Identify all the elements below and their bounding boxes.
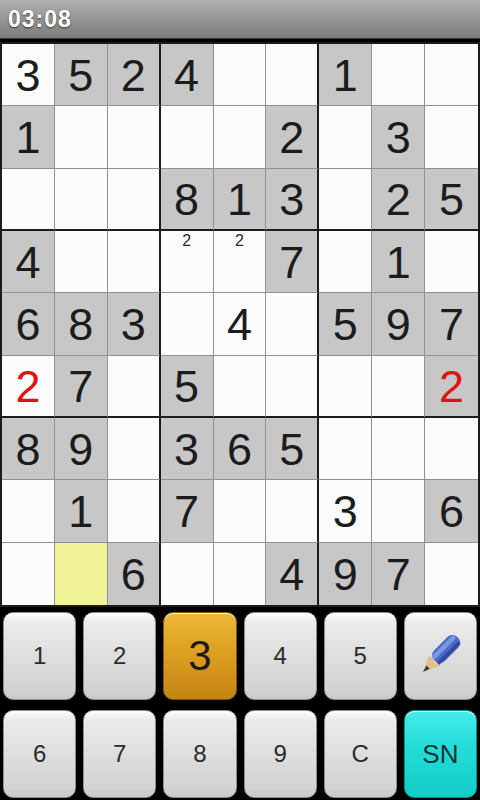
cell-value: 2 <box>279 115 304 160</box>
cell-r9c8[interactable]: 7 <box>372 543 425 605</box>
cell-r9c1[interactable] <box>2 543 55 605</box>
cell-r4c8[interactable]: 1 <box>372 231 425 293</box>
cell-r2c8[interactable]: 3 <box>372 106 425 168</box>
cell-r6c6[interactable] <box>266 356 319 418</box>
cell-r8c3[interactable] <box>108 480 161 542</box>
cell-r2c4[interactable] <box>161 106 214 168</box>
board-area: 3524112381325422716834597275289365173664… <box>0 39 480 607</box>
cell-value: 8 <box>15 427 40 472</box>
cell-value: 8 <box>68 302 93 347</box>
cell-value: 3 <box>121 302 146 347</box>
cell-r9c5[interactable] <box>214 543 267 605</box>
pencil-mark-2: 2 <box>178 232 195 252</box>
cell-value: 6 <box>439 489 464 534</box>
pencil-icon <box>412 628 468 684</box>
key-pencil[interactable] <box>404 612 477 700</box>
cell-r1c3[interactable]: 2 <box>108 44 161 106</box>
cell-r3c5[interactable]: 1 <box>214 169 267 231</box>
cell-r7c9[interactable] <box>425 418 478 480</box>
cell-r7c5[interactable]: 6 <box>214 418 267 480</box>
cell-value: 1 <box>333 53 358 98</box>
cell-r2c1[interactable]: 1 <box>2 106 55 168</box>
cell-r2c9[interactable] <box>425 106 478 168</box>
cell-r8c1[interactable] <box>2 480 55 542</box>
cell-value: 5 <box>68 53 93 98</box>
cell-r6c1[interactable]: 2 <box>2 356 55 418</box>
cell-value: 3 <box>279 177 304 222</box>
cell-r7c1[interactable]: 8 <box>2 418 55 480</box>
cell-value: 4 <box>15 240 40 285</box>
cell-value: 3 <box>333 489 358 534</box>
cell-r2c3[interactable] <box>108 106 161 168</box>
cell-r7c6[interactable]: 5 <box>266 418 319 480</box>
cell-r7c2[interactable]: 9 <box>55 418 108 480</box>
pencil-mark-2: 2 <box>231 232 248 252</box>
cell-r6c8[interactable] <box>372 356 425 418</box>
key-5[interactable]: 5 <box>324 612 397 700</box>
cell-r1c9[interactable] <box>425 44 478 106</box>
cell-r3c2[interactable] <box>55 169 108 231</box>
cell-r1c6[interactable] <box>266 44 319 106</box>
cell-r3c7[interactable] <box>319 169 372 231</box>
cell-r6c3[interactable] <box>108 356 161 418</box>
cell-r1c1[interactable]: 3 <box>2 44 55 106</box>
key-8[interactable]: 8 <box>163 710 236 798</box>
cell-r4c2[interactable] <box>55 231 108 293</box>
cell-r8c5[interactable] <box>214 480 267 542</box>
cell-r9c9[interactable] <box>425 543 478 605</box>
cell-r3c1[interactable] <box>2 169 55 231</box>
cell-r8c6[interactable] <box>266 480 319 542</box>
cell-value: 2 <box>439 364 464 409</box>
cell-r2c2[interactable] <box>55 106 108 168</box>
cell-r3c8[interactable]: 2 <box>372 169 425 231</box>
status-clock: 03:08 <box>8 6 72 33</box>
cell-r5c8[interactable]: 9 <box>372 293 425 355</box>
cell-r9c6[interactable]: 4 <box>266 543 319 605</box>
cell-r4c7[interactable] <box>319 231 372 293</box>
cell-value: 7 <box>439 302 464 347</box>
cell-value: 1 <box>227 177 252 222</box>
cell-r5c4[interactable] <box>161 293 214 355</box>
cell-r8c8[interactable] <box>372 480 425 542</box>
cell-r4c1[interactable]: 4 <box>2 231 55 293</box>
cell-r6c2[interactable]: 7 <box>55 356 108 418</box>
cell-r8c7[interactable]: 3 <box>319 480 372 542</box>
cell-r7c7[interactable] <box>319 418 372 480</box>
cell-r6c5[interactable] <box>214 356 267 418</box>
status-bar: 03:08 <box>0 0 480 39</box>
cell-r4c9[interactable] <box>425 231 478 293</box>
cell-value: 1 <box>386 240 411 285</box>
cell-r7c3[interactable] <box>108 418 161 480</box>
key-9[interactable]: 9 <box>244 710 317 798</box>
cell-r1c2[interactable]: 5 <box>55 44 108 106</box>
cell-r4c4[interactable]: 2 <box>161 231 214 293</box>
cell-r5c3[interactable]: 3 <box>108 293 161 355</box>
key-1[interactable]: 1 <box>3 612 76 700</box>
cell-value: 5 <box>174 364 199 409</box>
cell-value: 4 <box>174 53 199 98</box>
key-2[interactable]: 2 <box>83 612 156 700</box>
cell-value: 4 <box>279 552 304 597</box>
key-4[interactable]: 4 <box>244 612 317 700</box>
cell-r4c5[interactable]: 2 <box>214 231 267 293</box>
cell-value: 6 <box>227 427 252 472</box>
pencil-marks: 2 <box>162 232 212 291</box>
key-3[interactable]: 3 <box>163 612 236 700</box>
cell-r9c4[interactable] <box>161 543 214 605</box>
key-6[interactable]: 6 <box>3 710 76 798</box>
cell-r5c2[interactable]: 8 <box>55 293 108 355</box>
cell-value: 3 <box>174 427 199 472</box>
keypad-row-2: 6789CSN <box>3 710 477 798</box>
cell-r1c4[interactable]: 4 <box>161 44 214 106</box>
cell-value: 1 <box>68 489 93 534</box>
cell-r1c8[interactable] <box>372 44 425 106</box>
cell-r8c4[interactable]: 7 <box>161 480 214 542</box>
cell-value: 7 <box>386 552 411 597</box>
key-sn[interactable]: SN <box>404 710 477 798</box>
cell-r9c2[interactable] <box>55 543 108 605</box>
cell-value: 6 <box>15 302 40 347</box>
key-clear[interactable]: C <box>324 710 397 798</box>
keypad-row-1: 12345 <box>3 612 477 700</box>
cell-r3c6[interactable]: 3 <box>266 169 319 231</box>
cell-r4c6[interactable]: 7 <box>266 231 319 293</box>
cell-r3c3[interactable] <box>108 169 161 231</box>
cell-value: 1 <box>15 115 40 160</box>
sudoku-board: 3524112381325422716834597275289365173664… <box>0 42 480 607</box>
cell-value: 3 <box>386 115 411 160</box>
cell-r2c6[interactable]: 2 <box>266 106 319 168</box>
cell-value: 9 <box>333 552 358 597</box>
cell-r5c9[interactable]: 7 <box>425 293 478 355</box>
cell-r7c8[interactable] <box>372 418 425 480</box>
cell-value: 7 <box>68 364 93 409</box>
cell-value: 8 <box>174 177 199 222</box>
key-7[interactable]: 7 <box>83 710 156 798</box>
cell-r4c3[interactable] <box>108 231 161 293</box>
cell-r6c9[interactable]: 2 <box>425 356 478 418</box>
cell-r3c4[interactable]: 8 <box>161 169 214 231</box>
cell-r2c5[interactable] <box>214 106 267 168</box>
cell-r9c3[interactable]: 6 <box>108 543 161 605</box>
cell-r5c5[interactable]: 4 <box>214 293 267 355</box>
cell-r6c4[interactable]: 5 <box>161 356 214 418</box>
cell-r8c9[interactable]: 6 <box>425 480 478 542</box>
cell-r8c2[interactable]: 1 <box>55 480 108 542</box>
cell-value: 7 <box>174 489 199 534</box>
cell-r2c7[interactable] <box>319 106 372 168</box>
cell-r1c5[interactable] <box>214 44 267 106</box>
cell-value: 2 <box>386 177 411 222</box>
cell-value: 3 <box>15 53 40 98</box>
pencil-marks: 2 <box>215 232 265 291</box>
cell-value: 2 <box>121 53 146 98</box>
cell-r5c7[interactable]: 5 <box>319 293 372 355</box>
keypad: 12345 6789CSN <box>0 607 480 798</box>
cell-value: 4 <box>227 302 252 347</box>
cell-value: 9 <box>68 427 93 472</box>
cell-r5c6[interactable] <box>266 293 319 355</box>
cell-r9c7[interactable]: 9 <box>319 543 372 605</box>
cell-value: 9 <box>386 302 411 347</box>
cell-value: 2 <box>15 364 40 409</box>
cell-value: 7 <box>279 240 304 285</box>
cell-r6c7[interactable] <box>319 356 372 418</box>
cell-r1c7[interactable]: 1 <box>319 44 372 106</box>
cell-r3c9[interactable]: 5 <box>425 169 478 231</box>
cell-value: 5 <box>279 427 304 472</box>
cell-value: 5 <box>439 177 464 222</box>
cell-value: 5 <box>333 302 358 347</box>
cell-r7c4[interactable]: 3 <box>161 418 214 480</box>
cell-value: 6 <box>121 552 146 597</box>
cell-r5c1[interactable]: 6 <box>2 293 55 355</box>
